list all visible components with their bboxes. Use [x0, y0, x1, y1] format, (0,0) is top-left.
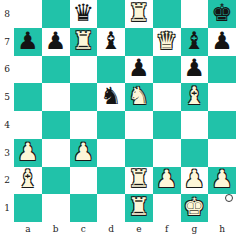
- square-e7[interactable]: [125, 28, 153, 56]
- piece-white-king[interactable]: ♚: [184, 195, 206, 219]
- square-d5[interactable]: ♞: [97, 83, 125, 111]
- piece-black-pawn[interactable]: ♟: [184, 56, 206, 80]
- square-b1[interactable]: [42, 194, 70, 222]
- square-g4[interactable]: [181, 111, 209, 139]
- square-g5[interactable]: ♝: [181, 83, 209, 111]
- file-label-e: e: [125, 222, 153, 236]
- piece-white-pawn[interactable]: ♟: [184, 167, 206, 191]
- square-b6[interactable]: [42, 56, 70, 84]
- piece-white-bishop[interactable]: ♝: [184, 84, 206, 108]
- rank-label-3: 3: [0, 139, 14, 167]
- square-c4[interactable]: [70, 111, 98, 139]
- square-d2[interactable]: [97, 167, 125, 195]
- piece-black-bishop[interactable]: ♝: [100, 29, 122, 53]
- piece-black-bishop[interactable]: ♝: [184, 29, 206, 53]
- piece-white-knight[interactable]: ♞: [128, 84, 150, 108]
- rank-label-2: 2: [0, 167, 14, 195]
- white-to-move-indicator: [225, 194, 233, 202]
- square-c8[interactable]: ♛: [70, 0, 98, 28]
- piece-white-pawn[interactable]: ♟: [17, 140, 39, 164]
- square-h3[interactable]: [208, 139, 236, 167]
- piece-black-pawn[interactable]: ♟: [128, 56, 150, 80]
- rank-label-5: 5: [0, 83, 14, 111]
- piece-white-pawn[interactable]: ♟: [211, 167, 233, 191]
- piece-black-pawn[interactable]: ♟: [211, 29, 233, 53]
- square-a4[interactable]: [14, 111, 42, 139]
- square-f7[interactable]: ♛: [153, 28, 181, 56]
- square-g6[interactable]: ♟: [181, 56, 209, 84]
- piece-black-queen[interactable]: ♛: [73, 1, 95, 25]
- square-d8[interactable]: [97, 0, 125, 28]
- square-b5[interactable]: [42, 83, 70, 111]
- square-g1[interactable]: ♚: [181, 194, 209, 222]
- square-e5[interactable]: ♞: [125, 83, 153, 111]
- square-e8[interactable]: ♜: [125, 0, 153, 28]
- square-c1[interactable]: [70, 194, 98, 222]
- square-b7[interactable]: ♟: [42, 28, 70, 56]
- square-f8[interactable]: [153, 0, 181, 28]
- square-d1[interactable]: [97, 194, 125, 222]
- chess-board-diagram: 8 7 6 5 4 3 2 1 ♛♜♚♟♟♜♝♛♝♟♟♟♞♞♝♟♟♝♜♟♟♟♜♚…: [0, 0, 236, 236]
- square-a5[interactable]: [14, 83, 42, 111]
- square-e6[interactable]: ♟: [125, 56, 153, 84]
- piece-white-bishop[interactable]: ♝: [17, 167, 39, 191]
- square-d4[interactable]: [97, 111, 125, 139]
- square-b2[interactable]: [42, 167, 70, 195]
- rank-label-7: 7: [0, 28, 14, 56]
- square-h5[interactable]: [208, 83, 236, 111]
- square-f6[interactable]: [153, 56, 181, 84]
- file-labels: a b c d e f g h: [14, 222, 236, 236]
- square-a3[interactable]: ♟: [14, 139, 42, 167]
- square-b3[interactable]: [42, 139, 70, 167]
- square-b8[interactable]: [42, 0, 70, 28]
- rank-label-8: 8: [0, 0, 14, 28]
- piece-black-pawn[interactable]: ♟: [17, 29, 39, 53]
- square-h7[interactable]: ♟: [208, 28, 236, 56]
- square-e1[interactable]: ♜: [125, 194, 153, 222]
- square-d7[interactable]: ♝: [97, 28, 125, 56]
- file-label-a: a: [14, 222, 42, 236]
- piece-black-pawn[interactable]: ♟: [45, 29, 67, 53]
- square-d6[interactable]: [97, 56, 125, 84]
- square-a2[interactable]: ♝: [14, 167, 42, 195]
- piece-white-pawn[interactable]: ♟: [156, 167, 178, 191]
- piece-white-rook[interactable]: ♜: [128, 167, 150, 191]
- square-h6[interactable]: [208, 56, 236, 84]
- square-f3[interactable]: [153, 139, 181, 167]
- file-label-g: g: [181, 222, 209, 236]
- square-f2[interactable]: ♟: [153, 167, 181, 195]
- file-label-f: f: [153, 222, 181, 236]
- square-c6[interactable]: [70, 56, 98, 84]
- file-label-b: b: [42, 222, 70, 236]
- square-h8[interactable]: ♚: [208, 0, 236, 28]
- chess-board: ♛♜♚♟♟♜♝♛♝♟♟♟♞♞♝♟♟♝♜♟♟♟♜♚: [14, 0, 236, 222]
- piece-white-rook[interactable]: ♜: [73, 29, 95, 53]
- square-g7[interactable]: ♝: [181, 28, 209, 56]
- square-a6[interactable]: [14, 56, 42, 84]
- rank-label-1: 1: [0, 194, 14, 222]
- piece-white-rook[interactable]: ♜: [128, 1, 150, 25]
- piece-black-knight[interactable]: ♞: [100, 84, 122, 108]
- piece-black-king[interactable]: ♚: [211, 1, 233, 25]
- square-d3[interactable]: [97, 139, 125, 167]
- rank-label-4: 4: [0, 111, 14, 139]
- square-e2[interactable]: ♜: [125, 167, 153, 195]
- square-h4[interactable]: [208, 111, 236, 139]
- square-f5[interactable]: [153, 83, 181, 111]
- square-g8[interactable]: [181, 0, 209, 28]
- file-label-c: c: [70, 222, 98, 236]
- square-c3[interactable]: ♟: [70, 139, 98, 167]
- rank-label-6: 6: [0, 56, 14, 84]
- piece-white-pawn[interactable]: ♟: [73, 140, 95, 164]
- rank-labels: 8 7 6 5 4 3 2 1: [0, 0, 14, 222]
- square-g3[interactable]: [181, 139, 209, 167]
- square-f1[interactable]: [153, 194, 181, 222]
- piece-white-queen[interactable]: ♛: [156, 29, 178, 53]
- square-g2[interactable]: ♟: [181, 167, 209, 195]
- square-e3[interactable]: [125, 139, 153, 167]
- square-a7[interactable]: ♟: [14, 28, 42, 56]
- square-b4[interactable]: [42, 111, 70, 139]
- piece-white-rook[interactable]: ♜: [128, 195, 150, 219]
- file-label-d: d: [97, 222, 125, 236]
- square-c2[interactable]: [70, 167, 98, 195]
- square-c5[interactable]: [70, 83, 98, 111]
- square-e4[interactable]: [125, 111, 153, 139]
- square-a8[interactable]: [14, 0, 42, 28]
- square-a1[interactable]: [14, 194, 42, 222]
- square-c7[interactable]: ♜: [70, 28, 98, 56]
- square-f4[interactable]: [153, 111, 181, 139]
- square-h2[interactable]: ♟: [208, 167, 236, 195]
- file-label-h: h: [208, 222, 236, 236]
